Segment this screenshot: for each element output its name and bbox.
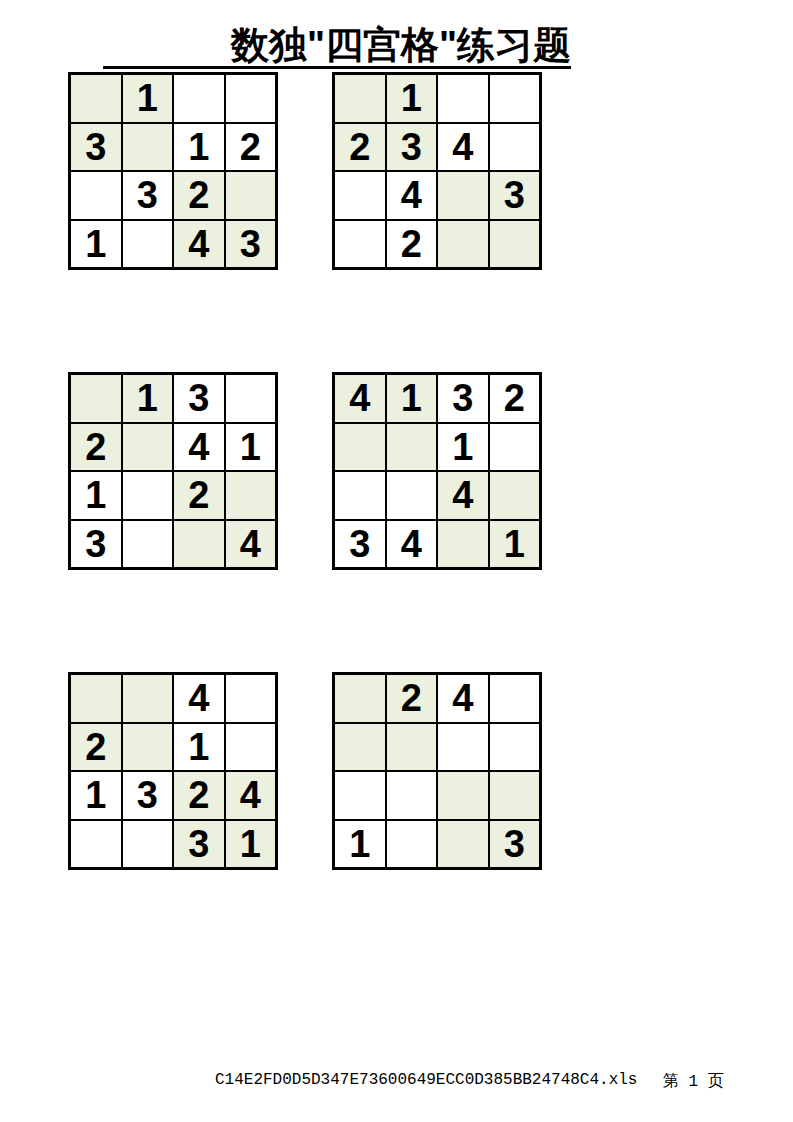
- cell-r2c3-given: 4: [438, 124, 488, 171]
- cell-r2c3-given: 4: [174, 424, 224, 471]
- cell-r4c1-given: 1: [335, 821, 385, 868]
- cell-r4c2-given: 4: [387, 521, 437, 568]
- cell-r2c3-empty: [438, 724, 488, 771]
- cell-r4c2-empty: [123, 521, 173, 568]
- cell-r3c3-given: 2: [174, 172, 224, 219]
- cell-r4c3-empty: [174, 521, 224, 568]
- cell-r4c1-given: 3: [71, 521, 121, 568]
- cell-r4c2-empty: [123, 221, 173, 268]
- cell-r1c1-empty: [71, 675, 121, 722]
- cell-r2c4-empty: [490, 724, 540, 771]
- cell-r1c4-empty: [490, 75, 540, 122]
- cell-r3c1-given: 1: [71, 772, 121, 819]
- cell-r1c4-given: 2: [490, 375, 540, 422]
- cell-r2c1-given: 2: [71, 724, 121, 771]
- cell-r3c4-empty: [226, 172, 276, 219]
- cell-r3c1-empty: [335, 772, 385, 819]
- cell-r3c3-given: 2: [174, 772, 224, 819]
- cell-r3c2-given: 3: [123, 172, 173, 219]
- cell-r1c1-empty: [71, 75, 121, 122]
- worksheet-page: 数独"四宫格"练习题 131232143 1234432 132411234 4…: [0, 0, 793, 1122]
- cell-r3c4-given: 3: [490, 172, 540, 219]
- cell-r2c3-given: 1: [174, 724, 224, 771]
- cell-r2c4-empty: [490, 424, 540, 471]
- cell-r4c3-empty: [438, 521, 488, 568]
- cell-r3c2-empty: [387, 472, 437, 519]
- cell-r1c2-given: 1: [123, 75, 173, 122]
- cell-r3c2-given: 3: [123, 772, 173, 819]
- cell-r1c3-given: 4: [438, 675, 488, 722]
- cell-r2c1-given: 3: [71, 124, 121, 171]
- cell-r4c1-empty: [335, 221, 385, 268]
- cell-r1c3-given: 3: [174, 375, 224, 422]
- cell-r1c2-given: 1: [387, 75, 437, 122]
- cell-r1c2-given: 1: [387, 375, 437, 422]
- sudoku-board-3: 132411234: [68, 372, 278, 570]
- cell-r2c3-given: 1: [438, 424, 488, 471]
- cell-r3c4-empty: [490, 472, 540, 519]
- cell-r2c4-given: 2: [226, 124, 276, 171]
- cell-r2c4-given: 1: [226, 424, 276, 471]
- cell-r3c2-empty: [387, 772, 437, 819]
- cell-r4c4-given: 3: [490, 821, 540, 868]
- cell-r4c2-empty: [387, 821, 437, 868]
- cell-r1c4-empty: [490, 675, 540, 722]
- sudoku-board-1: 131232143: [68, 72, 278, 270]
- cell-r3c1-empty: [71, 172, 121, 219]
- cell-r4c3-empty: [438, 821, 488, 868]
- cell-r1c2-empty: [123, 675, 173, 722]
- cell-r3c2-empty: [123, 472, 173, 519]
- cell-r4c4-given: 1: [490, 521, 540, 568]
- cell-r1c3-empty: [174, 75, 224, 122]
- cell-r2c2-empty: [123, 724, 173, 771]
- sudoku-board-5: 421132431: [68, 672, 278, 870]
- cell-r2c2-empty: [123, 124, 173, 171]
- footer-filename: C14E2FD0D5D347E73600649ECC0D385BB24748C4…: [215, 1071, 637, 1089]
- cell-r4c3-given: 3: [174, 821, 224, 868]
- cell-r1c2-given: 1: [123, 375, 173, 422]
- footer-page-number: 第 1 页: [663, 1071, 724, 1092]
- cell-r2c2-empty: [123, 424, 173, 471]
- cell-r3c1-empty: [335, 172, 385, 219]
- cell-r3c3-empty: [438, 772, 488, 819]
- cell-r1c4-empty: [226, 675, 276, 722]
- cell-r1c2-given: 2: [387, 675, 437, 722]
- cell-r3c2-given: 4: [387, 172, 437, 219]
- cell-r4c1-given: 3: [335, 521, 385, 568]
- cell-r1c1-empty: [335, 675, 385, 722]
- cell-r2c1-given: 2: [335, 124, 385, 171]
- cell-r1c1-empty: [71, 375, 121, 422]
- cell-r4c3-empty: [438, 221, 488, 268]
- cell-r4c4-given: 4: [226, 521, 276, 568]
- cell-r2c1-given: 2: [71, 424, 121, 471]
- cell-r1c3-given: 4: [174, 675, 224, 722]
- cell-r4c3-given: 4: [174, 221, 224, 268]
- cell-r2c2-given: 3: [387, 124, 437, 171]
- cell-r2c4-empty: [490, 124, 540, 171]
- cell-r4c4-given: 1: [226, 821, 276, 868]
- cell-r4c1-given: 1: [71, 221, 121, 268]
- sudoku-board-6: 2413: [332, 672, 542, 870]
- cell-r2c4-empty: [226, 724, 276, 771]
- cell-r3c4-empty: [226, 472, 276, 519]
- cell-r4c4-empty: [490, 221, 540, 268]
- cell-r1c1-empty: [335, 75, 385, 122]
- cell-r3c3-given: 4: [438, 472, 488, 519]
- cell-r4c2-given: 2: [387, 221, 437, 268]
- cell-r2c1-empty: [335, 724, 385, 771]
- cell-r2c2-empty: [387, 724, 437, 771]
- sudoku-board-2: 1234432: [332, 72, 542, 270]
- cell-r2c1-empty: [335, 424, 385, 471]
- cell-r3c3-empty: [438, 172, 488, 219]
- cell-r1c3-given: 3: [438, 375, 488, 422]
- cell-r3c1-empty: [335, 472, 385, 519]
- cell-r1c3-empty: [438, 75, 488, 122]
- cell-r4c1-empty: [71, 821, 121, 868]
- cell-r3c1-given: 1: [71, 472, 121, 519]
- cell-r1c4-empty: [226, 75, 276, 122]
- cell-r3c4-empty: [490, 772, 540, 819]
- sudoku-board-4: 413214341: [332, 372, 542, 570]
- page-title: 数独"四宫格"练习题: [103, 25, 571, 69]
- cell-r2c3-given: 1: [174, 124, 224, 171]
- cell-r1c4-empty: [226, 375, 276, 422]
- cell-r2c2-empty: [387, 424, 437, 471]
- cell-r3c3-given: 2: [174, 472, 224, 519]
- cell-r4c2-empty: [123, 821, 173, 868]
- cell-r1c1-given: 4: [335, 375, 385, 422]
- cell-r4c4-given: 3: [226, 221, 276, 268]
- cell-r3c4-given: 4: [226, 772, 276, 819]
